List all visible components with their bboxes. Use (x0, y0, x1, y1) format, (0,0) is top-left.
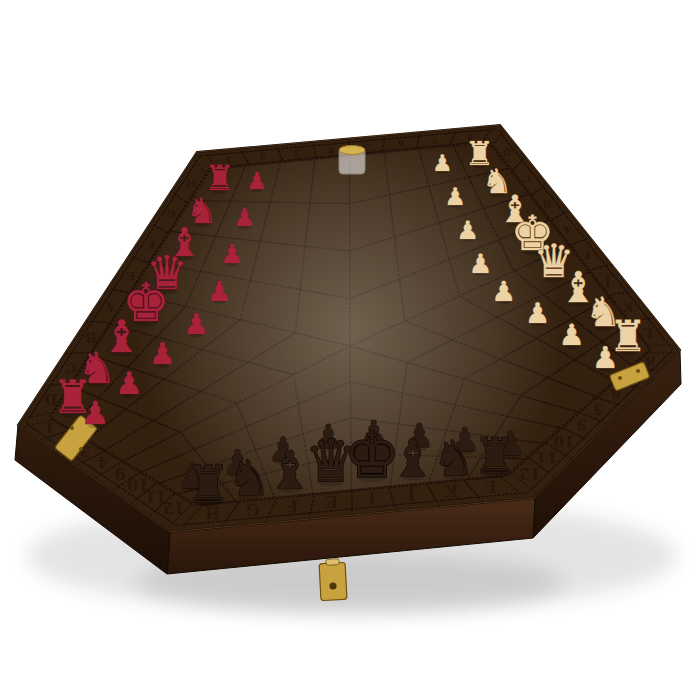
coordinate-label: 4 (328, 145, 335, 156)
front-latch (319, 562, 347, 600)
coordinate-label: 11 (536, 448, 557, 466)
coordinate-label: 5 (594, 401, 604, 418)
white-pawn[interactable]: ♟ (558, 318, 584, 352)
coordinate-label: G (167, 207, 176, 220)
coordinate-label: H (186, 177, 196, 188)
coordinate-label: C (523, 173, 531, 184)
coordinate-label: D (503, 147, 511, 158)
coordinate-label: 9 (576, 417, 586, 434)
coordinate-label: 6 (398, 138, 404, 149)
coordinate-label: I (585, 248, 590, 262)
front-latch-hole (329, 582, 336, 589)
coordinate-label: J (605, 274, 612, 288)
right-hinge-screw (618, 376, 622, 380)
dark-rook[interactable]: ♜ (473, 427, 517, 485)
red-pawn[interactable]: ♟ (246, 167, 267, 195)
dark-knight[interactable]: ♞ (227, 449, 271, 507)
white-pawn[interactable]: ♟ (491, 275, 516, 308)
white-pawn[interactable]: ♟ (525, 297, 551, 330)
front-latch-pin (326, 559, 339, 566)
dark-bishop[interactable]: ♝ (267, 440, 314, 500)
white-pawn[interactable]: ♟ (432, 150, 453, 176)
coordinate-label: 10 (554, 432, 575, 450)
red-pawn[interactable]: ♟ (220, 238, 244, 269)
top-clasp-ring (339, 146, 365, 155)
red-pawn[interactable]: ♟ (115, 365, 143, 401)
red-pawn[interactable]: ♟ (81, 394, 110, 432)
coordinate-label: 7 (432, 135, 438, 146)
coordinate-label: 2 (260, 151, 267, 162)
coordinate-label: 3 (294, 148, 301, 159)
coordinate-label: 12 (519, 464, 541, 483)
coordinate-label: 4 (97, 453, 108, 472)
white-pawn[interactable]: ♟ (592, 340, 619, 375)
white-pawn[interactable]: ♟ (444, 182, 466, 211)
coordinate-label: 9 (115, 464, 126, 483)
red-pawn[interactable]: ♟ (207, 275, 232, 308)
left-hinge-screw (79, 447, 83, 451)
product-photo: 12345678DCBAIJKL87659101112LKJIEFGH12111… (0, 0, 700, 700)
red-pawn[interactable]: ♟ (233, 203, 256, 232)
white-pawn[interactable]: ♟ (456, 215, 479, 245)
dark-knight[interactable]: ♞ (432, 430, 475, 486)
left-hinge-screw (70, 426, 74, 430)
white-pawn[interactable]: ♟ (468, 248, 492, 279)
dark-rook[interactable]: ♜ (185, 455, 230, 514)
red-pawn[interactable]: ♟ (183, 307, 209, 341)
right-hinge-screw (636, 369, 640, 373)
coordinate-label: 10 (127, 475, 149, 494)
red-pawn[interactable]: ♟ (149, 336, 176, 371)
three-player-chess-board: 12345678DCBAIJKL87659101112LKJIEFGH12111… (0, 0, 700, 700)
